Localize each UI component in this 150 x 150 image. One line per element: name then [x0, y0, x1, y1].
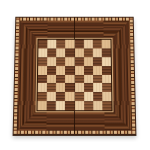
board-square-r7c6 — [84, 92, 93, 101]
board-square-r4c8 — [102, 66, 111, 75]
board-square-r6c7 — [93, 83, 102, 92]
board-square-r7c1 — [38, 92, 47, 101]
board-square-r5c6 — [84, 75, 93, 84]
board-square-r2c7 — [93, 48, 102, 57]
board-square-r7c5 — [75, 92, 84, 101]
board-square-r1c1 — [38, 40, 47, 49]
board-square-r2c8 — [102, 48, 111, 57]
board-square-r8c1 — [37, 101, 46, 110]
board-square-r8c2 — [47, 101, 56, 110]
board-square-r6c5 — [75, 83, 84, 92]
board-square-r3c5 — [75, 57, 84, 66]
board-square-r1c2 — [47, 40, 56, 49]
chess-board — [13, 17, 137, 135]
board-square-r4c2 — [47, 66, 56, 75]
board-square-r3c1 — [38, 57, 47, 66]
board-square-r2c2 — [47, 48, 56, 57]
board-square-r1c6 — [84, 40, 93, 49]
board-square-r8c3 — [56, 101, 65, 110]
board-square-r2c5 — [75, 48, 84, 57]
board-square-r6c2 — [47, 83, 56, 92]
board-square-r2c1 — [38, 48, 47, 57]
board-square-r3c2 — [47, 57, 56, 66]
board-square-r5c2 — [47, 75, 56, 84]
board-square-r7c8 — [102, 92, 111, 101]
board-square-r8c5 — [75, 101, 84, 110]
board-square-r4c5 — [75, 66, 84, 75]
board-square-r5c1 — [38, 75, 47, 84]
board-square-r3c7 — [93, 57, 102, 66]
board-square-r3c3 — [56, 57, 65, 66]
board-square-r3c6 — [84, 57, 93, 66]
board-square-r8c8 — [102, 101, 111, 110]
fold-seam — [74, 18, 75, 134]
board-square-r5c3 — [56, 75, 65, 84]
board-square-r8c6 — [84, 101, 93, 110]
board-square-r4c1 — [38, 66, 47, 75]
board-square-r4c6 — [84, 66, 93, 75]
board-square-r1c7 — [93, 40, 102, 49]
board-square-r2c6 — [84, 48, 93, 57]
board-square-r4c3 — [56, 66, 65, 75]
board-square-r1c8 — [102, 40, 111, 49]
board-square-r1c5 — [75, 40, 84, 49]
photo-background — [0, 0, 150, 150]
board-square-r7c3 — [56, 92, 65, 101]
board-square-r6c6 — [84, 83, 93, 92]
board-square-r6c8 — [102, 83, 111, 92]
board-square-r5c5 — [75, 75, 84, 84]
board-square-r4c7 — [93, 66, 102, 75]
board-square-r5c7 — [93, 75, 102, 84]
board-square-r5c8 — [102, 75, 111, 84]
board-square-r7c7 — [93, 92, 102, 101]
board-square-r3c8 — [102, 57, 111, 66]
board-square-r6c1 — [38, 83, 47, 92]
board-square-r2c3 — [56, 48, 65, 57]
board-square-r6c3 — [56, 83, 65, 92]
board-square-r1c3 — [56, 40, 65, 49]
board-square-r7c2 — [47, 92, 56, 101]
board-square-r8c7 — [93, 101, 102, 110]
